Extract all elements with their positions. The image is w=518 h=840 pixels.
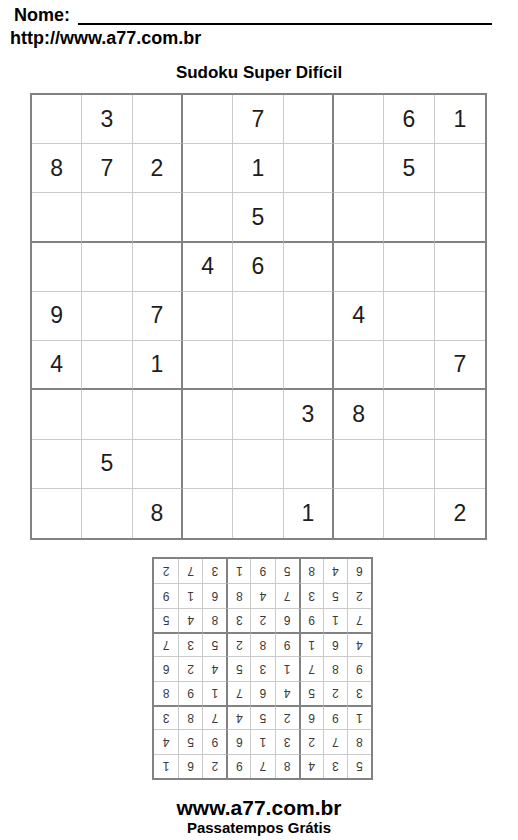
solution-cell-r2c2: 7 [323,729,347,753]
name-underline [78,23,492,25]
cell-r1c5: 7 [233,95,283,144]
cell-r4c9[interactable] [435,243,485,292]
cell-r7c3[interactable] [133,390,183,439]
solution-cell-r8c1: 2 [347,583,371,607]
cell-r2c1: 8 [32,144,82,193]
cell-r9c7[interactable] [334,489,384,538]
solution-cell-r4c9: 8 [154,681,178,705]
solution-cell-r6c5: 8 [250,632,274,656]
solution-cell-r1c4: 8 [275,754,299,778]
cell-r7c2[interactable] [82,390,132,439]
cell-r6c9: 7 [435,341,485,390]
solution-cell-r9c6: 1 [226,559,250,583]
cell-r3c7[interactable] [334,193,384,242]
solution-cell-r4c1: 3 [347,681,371,705]
solution-cell-r8c4: 7 [275,583,299,607]
cell-r2c2: 7 [82,144,132,193]
cell-r1c4[interactable] [183,95,233,144]
cell-r9c4[interactable] [183,489,233,538]
cell-r5c5[interactable] [233,292,283,341]
solution-cell-r2c3: 2 [299,729,323,753]
solution-cell-r1c1: 5 [347,754,371,778]
cell-r8c5[interactable] [233,440,283,489]
solution-cell-r3c6: 4 [226,705,250,729]
solution-cell-r2c6: 6 [226,729,250,753]
solution-cell-r5c8: 2 [178,656,202,680]
solution-cell-r8c5: 4 [250,583,274,607]
solution-cell-r6c1: 4 [347,632,371,656]
cell-r9c1[interactable] [32,489,82,538]
solution-cell-r8c9: 9 [154,583,178,607]
cell-r4c8[interactable] [384,243,434,292]
solution-cell-r9c3: 8 [299,559,323,583]
cell-r7c8[interactable] [384,390,434,439]
solution-cell-r7c3: 9 [299,608,323,632]
cell-r5c2[interactable] [82,292,132,341]
cell-r2c3: 2 [133,144,183,193]
solution-cell-r9c2: 4 [323,559,347,583]
solution-cell-r4c2: 2 [323,681,347,705]
solution-cell-r4c4: 4 [275,681,299,705]
cell-r7c9[interactable] [435,390,485,439]
footer-tagline: Passatempos Grátis [0,819,518,836]
cell-r5c4[interactable] [183,292,233,341]
cell-r8c2: 5 [82,440,132,489]
cell-r6c3: 1 [133,341,183,390]
cell-r2c4[interactable] [183,144,233,193]
cell-r9c2[interactable] [82,489,132,538]
solution-cell-r3c5: 5 [250,705,274,729]
cell-r6c5[interactable] [233,341,283,390]
solution-cell-r4c7: 1 [202,681,226,705]
solution-cell-r7c8: 4 [178,608,202,632]
solution-cell-r8c3: 3 [299,583,323,607]
solution-cell-r3c9: 3 [154,705,178,729]
cell-r4c7[interactable] [334,243,384,292]
solution-cell-r5c3: 7 [299,656,323,680]
cell-r6c4[interactable] [183,341,233,390]
solution-cell-r3c1: 1 [347,705,371,729]
solution-cell-r5c5: 3 [250,656,274,680]
cell-r8c4[interactable] [183,440,233,489]
cell-r7c4[interactable] [183,390,233,439]
cell-r1c6[interactable] [284,95,334,144]
cell-r1c9: 1 [435,95,485,144]
cell-r3c8[interactable] [384,193,434,242]
name-label: Nome: [14,5,70,26]
solution-cell-r6c7: 5 [202,632,226,656]
solution-cell-r7c1: 7 [347,608,371,632]
cell-r4c4: 4 [183,243,233,292]
cell-r4c2[interactable] [82,243,132,292]
cell-r1c3[interactable] [133,95,183,144]
solution-cell-r5c2: 8 [323,656,347,680]
cell-r8c3[interactable] [133,440,183,489]
solution-cell-r8c8: 1 [178,583,202,607]
cell-r9c8[interactable] [384,489,434,538]
cell-r8c9[interactable] [435,440,485,489]
solution-cell-r3c3: 6 [299,705,323,729]
cell-r8c6[interactable] [284,440,334,489]
cell-r2c9[interactable] [435,144,485,193]
footer-site: www.a77.com.br [0,796,518,820]
solution-cell-r9c8: 7 [178,559,202,583]
solution-cell-r5c1: 9 [347,656,371,680]
solution-cell-r6c6: 2 [226,632,250,656]
solution-cell-r4c5: 6 [250,681,274,705]
cell-r6c1: 4 [32,341,82,390]
cell-r9c3: 8 [133,489,183,538]
solution-cell-r2c5: 1 [250,729,274,753]
solution-cell-r6c9: 7 [154,632,178,656]
cell-r4c1[interactable] [32,243,82,292]
cell-r1c8: 6 [384,95,434,144]
cell-r6c8[interactable] [384,341,434,390]
cell-r5c1: 9 [32,292,82,341]
solution-cell-r5c4: 1 [275,656,299,680]
solution-cell-r8c6: 8 [226,583,250,607]
cell-r9c5[interactable] [233,489,283,538]
cell-r6c2[interactable] [82,341,132,390]
cell-r7c5[interactable] [233,390,283,439]
cell-r1c7[interactable] [334,95,384,144]
cell-r3c6[interactable] [284,193,334,242]
solution-cell-r9c4: 5 [275,559,299,583]
solution-cell-r4c3: 5 [299,681,323,705]
puzzle-title: Sudoku Super Difícil [0,63,518,83]
solution-cell-r9c7: 3 [202,559,226,583]
solution-cell-r3c8: 8 [178,705,202,729]
solution-cell-r1c5: 7 [250,754,274,778]
solution-cell-r1c9: 1 [154,754,178,778]
site-url: http://www.a77.com.br [10,28,201,49]
cell-r8c7[interactable] [334,440,384,489]
solution-cell-r7c2: 1 [323,608,347,632]
cell-r9c6: 1 [284,489,334,538]
solution-cell-r3c2: 9 [323,705,347,729]
cell-r9c9: 2 [435,489,485,538]
solution-cell-r1c3: 4 [299,754,323,778]
cell-r4c6[interactable] [284,243,334,292]
cell-r5c9[interactable] [435,292,485,341]
cell-r4c5: 6 [233,243,283,292]
cell-r8c1[interactable] [32,440,82,489]
solution-cell-r3c4: 2 [275,705,299,729]
solution-cell-r7c6: 3 [226,608,250,632]
solution-cell-r6c8: 3 [178,632,202,656]
cell-r8c8[interactable] [384,440,434,489]
solution-cell-r1c8: 6 [178,754,202,778]
cell-r3c5: 5 [233,193,283,242]
solution-cell-r7c7: 8 [202,608,226,632]
solution-cell-r6c2: 6 [323,632,347,656]
solution-cell-r7c9: 5 [154,608,178,632]
cell-r3c1[interactable] [32,193,82,242]
solution-cell-r2c7: 9 [202,729,226,753]
cell-r3c9[interactable] [435,193,485,242]
cell-r7c6: 3 [284,390,334,439]
solution-cell-r9c9: 2 [154,559,178,583]
solution-cell-r2c9: 4 [154,729,178,753]
cell-r5c8[interactable] [384,292,434,341]
cell-r2c8: 5 [384,144,434,193]
solution-cell-r2c4: 3 [275,729,299,753]
solution-cell-r4c6: 7 [226,681,250,705]
cell-r4c3[interactable] [133,243,183,292]
cell-r3c3[interactable] [133,193,183,242]
solution-cell-r9c5: 9 [250,559,274,583]
solution-cell-r1c7: 2 [202,754,226,778]
cell-r1c1[interactable] [32,95,82,144]
cell-r6c7[interactable] [334,341,384,390]
sudoku-solution-board: 5348792618723169541962547833254671989871… [152,557,373,780]
cell-r2c5: 1 [233,144,283,193]
solution-cell-r4c8: 9 [178,681,202,705]
solution-cell-r2c1: 8 [347,729,371,753]
cell-r2c7[interactable] [334,144,384,193]
solution-cell-r7c5: 2 [250,608,274,632]
cell-r6c6[interactable] [284,341,334,390]
cell-r7c1[interactable] [32,390,82,439]
cell-r1c2: 3 [82,95,132,144]
cell-r3c2[interactable] [82,193,132,242]
solution-cell-r2c8: 5 [178,729,202,753]
solution-cell-r7c4: 6 [275,608,299,632]
solution-cell-r1c6: 9 [226,754,250,778]
cell-r5c3: 7 [133,292,183,341]
cell-r2c6[interactable] [284,144,334,193]
cell-r5c7: 4 [334,292,384,341]
cell-r5c6[interactable] [284,292,334,341]
solution-cell-r8c7: 6 [202,583,226,607]
solution-cell-r5c7: 4 [202,656,226,680]
solution-cell-r8c2: 5 [323,583,347,607]
solution-cell-r6c4: 9 [275,632,299,656]
solution-cell-r5c6: 5 [226,656,250,680]
solution-cell-r1c2: 3 [323,754,347,778]
cell-r3c4[interactable] [183,193,233,242]
solution-cell-r3c7: 7 [202,705,226,729]
cell-r7c7: 8 [334,390,384,439]
sudoku-board: 376187215546974417385812 [30,93,487,540]
solution-cell-r6c3: 1 [299,632,323,656]
solution-cell-r9c1: 6 [347,559,371,583]
solution-cell-r5c9: 6 [154,656,178,680]
